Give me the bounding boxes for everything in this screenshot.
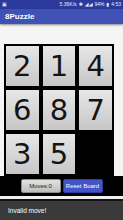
battery-icon: ▮: [107, 2, 110, 7]
puzzle-tile[interactable]: 7: [77, 88, 114, 132]
puzzle-board: 2 1 4 6 8 7 3 5: [4, 44, 114, 176]
status-message-bar: Invalid move!: [0, 199, 123, 220]
reset-board-button[interactable]: Reset Board: [63, 179, 103, 193]
empty-cell: [77, 132, 114, 176]
signal-icon: ◢◢: [85, 2, 93, 7]
content-area: 2 1 4 6 8 7 3 5 Moves:0 Reset Board Inva…: [0, 24, 123, 220]
app-bar: 8Puzzle: [0, 9, 123, 24]
status-bar: ▣ 5.36K/s ✱ ◢◢ 94% ▮ 4:53: [0, 0, 123, 9]
clock: 4:53: [111, 2, 121, 7]
puzzle-tile[interactable]: 1: [41, 44, 78, 88]
battery-percent: 94%: [94, 2, 104, 7]
status-icons: 5.36K/s ✱ ◢◢ 94% ▮ 4:53: [60, 2, 121, 7]
button-bar: Moves:0 Reset Board: [0, 176, 123, 196]
puzzle-tile[interactable]: 2: [4, 44, 41, 88]
notification-icon: ▣: [2, 1, 7, 7]
invalid-move-message: Invalid move!: [8, 207, 46, 214]
phone-screen: ▣ 5.36K/s ✱ ◢◢ 94% ▮ 4:53 8Puzzle 2 1 4 …: [0, 0, 123, 220]
alarm-icon: ✱: [79, 2, 83, 7]
moves-counter-button[interactable]: Moves:0: [21, 179, 61, 193]
network-speed: 5.36K/s: [60, 2, 77, 7]
puzzle-tile[interactable]: 3: [4, 132, 41, 176]
puzzle-tile[interactable]: 5: [41, 132, 78, 176]
puzzle-tile[interactable]: 6: [4, 88, 41, 132]
notification-area: ▣: [2, 2, 7, 7]
puzzle-tile[interactable]: 8: [41, 88, 78, 132]
puzzle-tile[interactable]: 4: [77, 44, 114, 88]
app-title: 8Puzzle: [5, 12, 34, 21]
